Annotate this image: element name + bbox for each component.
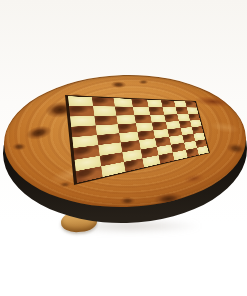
square-a8[interactable] (68, 96, 93, 106)
square-h1[interactable] (197, 146, 209, 155)
wood-knot (25, 123, 53, 142)
wood-knot (138, 79, 148, 84)
square-b7[interactable] (93, 106, 115, 115)
wood-knot (119, 197, 135, 205)
square-a7[interactable] (69, 106, 95, 116)
wood-knot (12, 143, 26, 151)
wood-grain-highlight (209, 120, 240, 135)
wood-knot (110, 81, 126, 88)
square-c8[interactable] (113, 98, 133, 107)
square-d8[interactable] (131, 99, 148, 107)
wood-knot (59, 181, 71, 187)
square-b8[interactable] (92, 97, 114, 106)
wood-knot (182, 172, 205, 185)
wood-knot (195, 95, 232, 109)
product-photo-round-chessboard (0, 0, 247, 296)
